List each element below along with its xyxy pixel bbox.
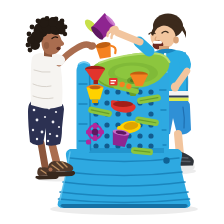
yellow-cup-base	[92, 100, 98, 104]
product-photo	[0, 0, 224, 224]
scene-illustration	[0, 0, 224, 224]
paddle-n	[93, 123, 97, 129]
paddle-s	[93, 135, 97, 141]
brand-badge-plate	[109, 78, 118, 86]
front-sandal-toe	[49, 168, 53, 172]
boy-left-hand	[171, 82, 179, 91]
base-drain-hole	[163, 157, 169, 163]
toddler-back-leg	[41, 143, 45, 166]
paddle-e	[98, 130, 104, 134]
red-funnel-stem	[94, 80, 99, 84]
magenta-knob	[86, 139, 91, 144]
paddle-hub	[92, 129, 98, 135]
toddler-front-leg	[52, 144, 57, 164]
boy-ear	[173, 37, 179, 44]
toy-base	[58, 149, 191, 208]
toddler-mouth	[56, 47, 60, 50]
brand-badge-mark-2	[111, 83, 115, 84]
boy-teeth	[153, 41, 162, 44]
brand-badge	[109, 78, 118, 86]
brand-badge-mark-1	[111, 80, 117, 81]
paddle-w	[86, 130, 92, 134]
base-bottom-lip	[60, 204, 187, 208]
yellow-cup-inner	[90, 86, 101, 90]
red-boat-rim	[113, 101, 133, 107]
toddler-ear	[44, 42, 49, 49]
